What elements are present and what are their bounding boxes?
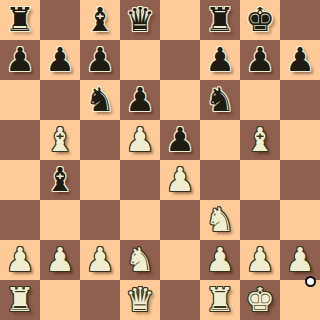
- square-a7[interactable]: ♟: [0, 40, 40, 80]
- square-f3[interactable]: ♞: [200, 200, 240, 240]
- piece-black-pawn-b7[interactable]: ♟: [40, 40, 80, 80]
- square-h8[interactable]: [280, 0, 320, 40]
- square-h6[interactable]: [280, 80, 320, 120]
- square-d6[interactable]: ♟: [120, 80, 160, 120]
- square-g4[interactable]: [240, 160, 280, 200]
- square-h5[interactable]: [280, 120, 320, 160]
- white-to-move-indicator: [305, 276, 316, 287]
- piece-black-knight-c6[interactable]: ♞: [80, 80, 120, 120]
- square-d8[interactable]: ♛: [120, 0, 160, 40]
- square-a2[interactable]: ♟: [0, 240, 40, 280]
- square-h7[interactable]: ♟: [280, 40, 320, 80]
- square-g3[interactable]: [240, 200, 280, 240]
- piece-black-pawn-g7[interactable]: ♟: [240, 40, 280, 80]
- piece-black-rook-f8[interactable]: ♜: [200, 0, 240, 40]
- square-f5[interactable]: [200, 120, 240, 160]
- piece-white-pawn-h2[interactable]: ♟: [280, 240, 320, 280]
- square-g8[interactable]: ♚: [240, 0, 280, 40]
- piece-black-queen-d8[interactable]: ♛: [120, 0, 160, 40]
- square-c7[interactable]: ♟: [80, 40, 120, 80]
- square-c4[interactable]: [80, 160, 120, 200]
- chess-board: ♜♝♛♜♚♟♟♟♟♟♟♞♟♞♝♟♟♝♝♟♞♟♟♟♞♟♟♟♜♛♜♚: [0, 0, 320, 320]
- square-a6[interactable]: [0, 80, 40, 120]
- square-d7[interactable]: [120, 40, 160, 80]
- piece-white-pawn-g2[interactable]: ♟: [240, 240, 280, 280]
- square-h2[interactable]: ♟: [280, 240, 320, 280]
- square-g6[interactable]: [240, 80, 280, 120]
- square-b1[interactable]: [40, 280, 80, 320]
- square-d5[interactable]: ♟: [120, 120, 160, 160]
- square-h4[interactable]: [280, 160, 320, 200]
- piece-white-pawn-b2[interactable]: ♟: [40, 240, 80, 280]
- square-f1[interactable]: ♜: [200, 280, 240, 320]
- piece-white-king-g1[interactable]: ♚: [240, 280, 280, 320]
- square-f7[interactable]: ♟: [200, 40, 240, 80]
- square-g5[interactable]: ♝: [240, 120, 280, 160]
- square-b4[interactable]: ♝: [40, 160, 80, 200]
- square-d2[interactable]: ♞: [120, 240, 160, 280]
- piece-white-bishop-b5[interactable]: ♝: [40, 120, 80, 160]
- square-e4[interactable]: ♟: [160, 160, 200, 200]
- piece-white-pawn-f2[interactable]: ♟: [200, 240, 240, 280]
- square-a1[interactable]: ♜: [0, 280, 40, 320]
- piece-white-pawn-c2[interactable]: ♟: [80, 240, 120, 280]
- square-a5[interactable]: [0, 120, 40, 160]
- piece-white-bishop-g5[interactable]: ♝: [240, 120, 280, 160]
- square-g1[interactable]: ♚: [240, 280, 280, 320]
- square-e3[interactable]: [160, 200, 200, 240]
- square-d1[interactable]: ♛: [120, 280, 160, 320]
- square-f6[interactable]: ♞: [200, 80, 240, 120]
- square-c5[interactable]: [80, 120, 120, 160]
- piece-black-pawn-a7[interactable]: ♟: [0, 40, 40, 80]
- piece-black-bishop-b4[interactable]: ♝: [40, 160, 80, 200]
- piece-black-bishop-c8[interactable]: ♝: [80, 0, 120, 40]
- piece-black-pawn-c7[interactable]: ♟: [80, 40, 120, 80]
- square-b7[interactable]: ♟: [40, 40, 80, 80]
- piece-white-knight-f3[interactable]: ♞: [200, 200, 240, 240]
- piece-black-king-g8[interactable]: ♚: [240, 0, 280, 40]
- square-d4[interactable]: [120, 160, 160, 200]
- piece-white-pawn-a2[interactable]: ♟: [0, 240, 40, 280]
- square-b6[interactable]: [40, 80, 80, 120]
- piece-black-pawn-f7[interactable]: ♟: [200, 40, 240, 80]
- square-e1[interactable]: [160, 280, 200, 320]
- square-h1[interactable]: [280, 280, 320, 320]
- piece-white-pawn-e4[interactable]: ♟: [160, 160, 200, 200]
- piece-black-knight-f6[interactable]: ♞: [200, 80, 240, 120]
- square-b5[interactable]: ♝: [40, 120, 80, 160]
- square-g2[interactable]: ♟: [240, 240, 280, 280]
- piece-white-queen-d1[interactable]: ♛: [120, 280, 160, 320]
- square-e8[interactable]: [160, 0, 200, 40]
- piece-white-pawn-d5[interactable]: ♟: [120, 120, 160, 160]
- square-b2[interactable]: ♟: [40, 240, 80, 280]
- square-g7[interactable]: ♟: [240, 40, 280, 80]
- square-b3[interactable]: [40, 200, 80, 240]
- piece-black-pawn-d6[interactable]: ♟: [120, 80, 160, 120]
- piece-black-pawn-h7[interactable]: ♟: [280, 40, 320, 80]
- square-c8[interactable]: ♝: [80, 0, 120, 40]
- square-d3[interactable]: [120, 200, 160, 240]
- square-e5[interactable]: ♟: [160, 120, 200, 160]
- square-e7[interactable]: [160, 40, 200, 80]
- piece-black-pawn-e5[interactable]: ♟: [160, 120, 200, 160]
- square-c6[interactable]: ♞: [80, 80, 120, 120]
- piece-black-rook-a8[interactable]: ♜: [0, 0, 40, 40]
- square-f2[interactable]: ♟: [200, 240, 240, 280]
- square-f8[interactable]: ♜: [200, 0, 240, 40]
- square-f4[interactable]: [200, 160, 240, 200]
- square-e6[interactable]: [160, 80, 200, 120]
- square-a8[interactable]: ♜: [0, 0, 40, 40]
- square-c1[interactable]: [80, 280, 120, 320]
- square-a4[interactable]: [0, 160, 40, 200]
- piece-white-rook-f1[interactable]: ♜: [200, 280, 240, 320]
- square-c2[interactable]: ♟: [80, 240, 120, 280]
- piece-white-knight-d2[interactable]: ♞: [120, 240, 160, 280]
- piece-white-rook-a1[interactable]: ♜: [0, 280, 40, 320]
- square-c3[interactable]: [80, 200, 120, 240]
- square-a3[interactable]: [0, 200, 40, 240]
- square-e2[interactable]: [160, 240, 200, 280]
- square-h3[interactable]: [280, 200, 320, 240]
- square-b8[interactable]: [40, 0, 80, 40]
